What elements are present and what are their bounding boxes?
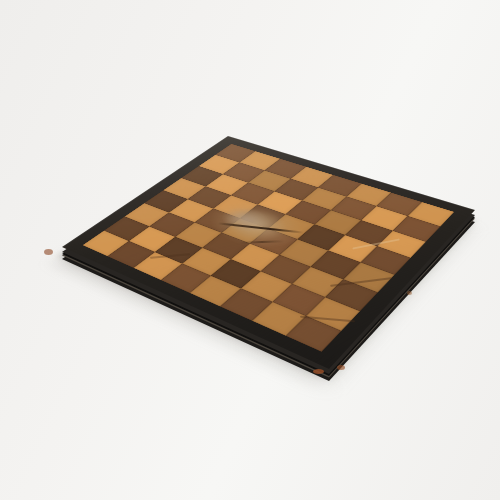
frame-wear-spot	[44, 249, 53, 255]
chessboard	[83, 144, 455, 352]
photo-background	[0, 0, 500, 500]
chessboard-frame	[62, 136, 475, 369]
